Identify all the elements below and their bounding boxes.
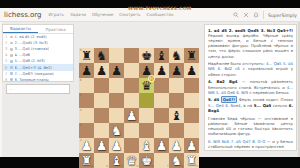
square-e4[interactable] (139, 108, 154, 123)
square-e2[interactable]: ♝ (139, 138, 154, 153)
annotation-paragraph: Надёжнее было отступить: 4... Qa5 5. d4 … (208, 61, 293, 77)
square-h3[interactable] (184, 123, 199, 138)
square-h6[interactable] (184, 78, 199, 93)
square-a6[interactable]: 6 (79, 78, 94, 93)
square-g5[interactable] (169, 93, 184, 108)
status-dot-icon (10, 54, 13, 57)
square-f5[interactable] (154, 93, 169, 108)
square-e3[interactable] (139, 123, 154, 138)
comment-text: Главная беда чёрных — отставание в разви… (208, 116, 293, 137)
item-label: 6. ...Qe5+?! (4. Be2) (15, 66, 52, 70)
annotation-paragraph: Главная беда чёрных — отставание в разви… (208, 116, 293, 137)
white-pawn-c2[interactable]: ♟ (109, 138, 124, 153)
search-icon[interactable] (233, 12, 239, 18)
square-b3[interactable] (94, 123, 109, 138)
video-watermark: WWW.TVOYCHESS.COM (128, 6, 191, 11)
nav-item[interactable]: Обучение (92, 12, 113, 17)
white-pawn-h2[interactable]: ♟ (184, 138, 199, 153)
rank-coordinate: 1 (80, 153, 82, 157)
square-g8[interactable]: ♞ (169, 48, 184, 63)
status-dot-icon (10, 72, 13, 75)
square-c2[interactable]: ♟ (109, 138, 124, 153)
rank-coordinate: 2 (80, 138, 82, 142)
variation-sidebar: Варианты Практика 11. e4 d5 (2. exd5)22.… (2, 24, 74, 82)
square-b7[interactable]: ♟ (94, 63, 109, 78)
white-pawn-g2[interactable]: ♟ (169, 138, 184, 153)
square-c7[interactable]: ♟ (109, 63, 124, 78)
nav-item[interactable]: Сообщество (147, 12, 174, 17)
status-dot-icon (10, 78, 13, 81)
square-f6[interactable] (154, 78, 169, 93)
rank-coordinate: 7 (80, 63, 82, 67)
file-coordinate: g (181, 164, 183, 168)
file-coordinate: c (122, 164, 124, 168)
scrollbar[interactable] (298, 22, 300, 157)
annotation-paragraph: 1. e4 d5 2. exd5 Qxd5 3. Nc3 Qe5+?! Редк… (208, 28, 293, 59)
annotation-paragraph: 6. Nf3 Nc6 7. d5 Qd7 8. O-O — и у белых … (208, 139, 293, 149)
black-pawn-g7[interactable]: ♟ (169, 63, 184, 78)
square-a3[interactable]: 3 (79, 123, 94, 138)
nav-item[interactable]: Задачи (70, 12, 86, 17)
square-e1[interactable]: ♚e (139, 153, 154, 168)
sidebar-tabs: Варианты Практика (3, 25, 73, 34)
file-coordinate: e (151, 164, 153, 168)
comment-text: . (219, 108, 220, 113)
square-f3[interactable] (154, 123, 169, 138)
item-label: 3. ...Qa5 (главная) (15, 47, 49, 51)
square-a4[interactable]: 4 (79, 108, 94, 123)
square-d1[interactable]: ♛d (124, 153, 139, 168)
nav-item[interactable]: Играть (48, 12, 63, 17)
black-knight-g8[interactable]: ♞ (169, 48, 184, 63)
square-d4[interactable]: ♟ (124, 108, 139, 123)
square-f2[interactable]: ♟ (154, 138, 169, 153)
black-pawn-b7[interactable]: ♟ (94, 63, 109, 78)
square-h8[interactable]: ♜ (184, 48, 199, 63)
square-a2[interactable]: ♟2 (79, 138, 94, 153)
annotation-paragraph: 4. Be2 Bg4 — попытка разменять белопольн… (208, 79, 293, 95)
square-h1[interactable]: ♜h (184, 153, 199, 168)
square-c6[interactable] (109, 78, 124, 93)
square-f7[interactable]: ♟ (154, 63, 169, 78)
status-dot-icon (10, 42, 13, 45)
square-f1[interactable]: f (154, 153, 169, 168)
square-d5[interactable] (124, 93, 139, 108)
square-d7[interactable] (124, 63, 139, 78)
black-rook-h8[interactable]: ♜ (184, 48, 199, 63)
white-bishop-e2[interactable]: ♝ (139, 138, 154, 153)
rank-coordinate: 4 (80, 108, 82, 112)
square-g7[interactable]: ♟ (169, 63, 184, 78)
black-bishop-f8[interactable]: ♝ (154, 48, 169, 63)
square-a8[interactable]: ♜8 (79, 48, 94, 63)
header-divider (263, 11, 264, 19)
square-d8[interactable] (124, 48, 139, 63)
rank-coordinate: 3 (80, 123, 82, 127)
swords-icon[interactable] (243, 12, 249, 18)
square-e8[interactable]: ♚ (139, 48, 154, 63)
annotation-paragraph: 5. d4 Qe6?! Ферзь снова ходит. Плохо 5..… (208, 97, 293, 113)
black-king-e8[interactable]: ♚ (139, 48, 154, 63)
username[interactable]: SuperSimply (268, 13, 297, 18)
status-dot-icon (10, 66, 13, 69)
nav-item[interactable]: Смотреть (119, 12, 140, 17)
white-knight-c3[interactable]: ♞ (109, 123, 124, 138)
item-label: 8. Типовые планы (15, 78, 49, 82)
square-b2[interactable]: ♟ (94, 138, 109, 153)
square-a1[interactable]: ♜a1 (79, 153, 94, 168)
file-coordinate: d (136, 164, 138, 168)
file-coordinate: b (106, 164, 108, 168)
square-d3[interactable] (124, 123, 139, 138)
square-h5[interactable] (184, 93, 199, 108)
comment-text: Редкий выпад ферзём. Чёрные сразу теряют… (208, 33, 293, 59)
square-h2[interactable]: ♟ (184, 138, 199, 153)
square-h4[interactable] (184, 108, 199, 123)
square-b8[interactable]: ♞ (94, 48, 109, 63)
file-coordinate: a (91, 164, 93, 168)
white-pawn-d4[interactable]: ♟ (124, 108, 139, 123)
square-c5[interactable] (109, 93, 124, 108)
comment-text: , а на (241, 103, 254, 108)
square-g4[interactable]: ♝ (169, 108, 184, 123)
move-text: 5... Qa5 (254, 103, 271, 108)
variation-list: 11. e4 d5 (2. exd5)22. ...Qxd5 (3. Nc3)3… (3, 34, 73, 83)
square-g6[interactable] (169, 78, 184, 93)
white-pawn-b2[interactable]: ♟ (94, 138, 109, 153)
square-g2[interactable]: ♟ (169, 138, 184, 153)
square-c8[interactable] (109, 48, 124, 63)
square-a7[interactable]: ♟7 (79, 63, 94, 78)
item-label: 2. ...Qxd5 (3. Nc3) (15, 41, 48, 45)
comment-text: с перевесом белых. (248, 90, 290, 95)
square-b1[interactable]: b (94, 153, 109, 168)
bell-icon[interactable] (253, 12, 259, 18)
black-bishop-g4[interactable]: ♝ (169, 108, 184, 123)
square-b5[interactable] (94, 93, 109, 108)
status-dot-icon (10, 36, 13, 39)
comment-input[interactable]: ... (6, 84, 70, 94)
lichess-logo[interactable]: lichess.org (4, 11, 41, 19)
square-d2[interactable] (124, 138, 139, 153)
variation-item[interactable]: 88. Типовые планы (3, 77, 73, 83)
item-label: 5. ...Qd8 (2. Nf3) (15, 59, 45, 63)
square-b6[interactable] (94, 78, 109, 93)
black-knight-b8[interactable]: ♞ (94, 48, 109, 63)
status-dot-icon (10, 48, 13, 51)
black-pawn-c7[interactable]: ♟ (109, 63, 124, 78)
rank-coordinate: 6 (80, 78, 82, 82)
square-c1[interactable]: ♝c (109, 153, 124, 168)
annotations-panel: 1. e4 d5 2. exd5 Qxd5 3. Nc3 Qe5+?! Редк… (204, 24, 297, 151)
rank-coordinate: 8 (80, 48, 82, 52)
square-f8[interactable]: ♝ (154, 48, 169, 63)
app-window: WWW.TVOYCHESS.COM lichess.org ИгратьЗада… (0, 0, 300, 168)
content-area: Варианты Практика 11. e4 d5 (2. exd5)22.… (0, 22, 300, 157)
chess-board[interactable]: ♜8♞♚♝♞♜♟7♟♟♟♟♟♟6♛54♟♝3♞♟2♟♟♝♟♟♟♜a1b♝c♛d♚… (79, 48, 199, 168)
file-coordinate: h (196, 164, 198, 168)
square-g1[interactable]: ♞g (169, 153, 184, 168)
item-label: 7. ...Qe6?! (ловушки) (15, 72, 54, 76)
tab-variations[interactable]: Варианты (3, 25, 38, 33)
black-pawn-f7[interactable]: ♟ (154, 63, 169, 78)
comment-text: сильно (271, 103, 289, 108)
square-f4[interactable] (154, 108, 169, 123)
tab-practice[interactable]: Практика (38, 25, 73, 33)
status-dot-icon (10, 60, 13, 63)
square-c3[interactable]: ♞ (109, 123, 124, 138)
square-b4[interactable] (94, 108, 109, 123)
square-h7[interactable]: ♟ (184, 63, 199, 78)
square-d6[interactable] (124, 78, 139, 93)
item-label: 1. e4 d5 (2. exd5) (15, 35, 47, 39)
rank-coordinate: 5 (80, 93, 82, 97)
black-pawn-h7[interactable]: ♟ (184, 63, 199, 78)
square-e5[interactable] (139, 93, 154, 108)
square-g3[interactable] (169, 123, 184, 138)
square-c4[interactable] (109, 108, 124, 123)
white-pawn-f2[interactable]: ♟ (154, 138, 169, 153)
item-label: 4. ...Qd6 (15, 53, 30, 57)
move-glyph-dubious: ?! (148, 75, 155, 82)
main-nav: ИгратьЗадачиОбучениеСмотретьСообщество (48, 12, 173, 17)
square-a5[interactable]: 5 (79, 93, 94, 108)
